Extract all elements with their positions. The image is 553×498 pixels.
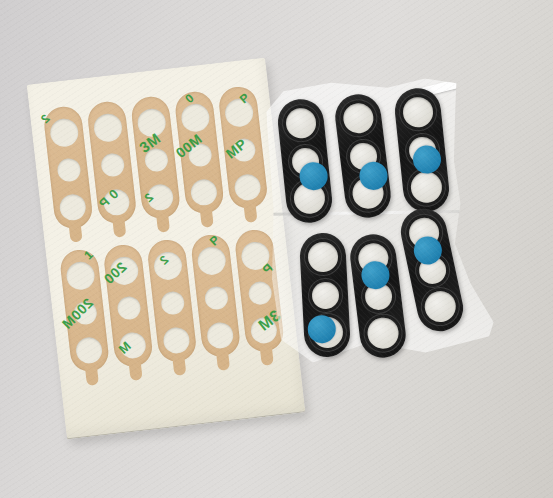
- sticker-hole: [49, 117, 80, 148]
- adhesive-sticker: 2: [146, 238, 198, 364]
- print-fragment-3m-200mp: P: [207, 233, 221, 248]
- sticker-hole: [233, 173, 262, 202]
- sticker-hole: [189, 178, 218, 207]
- sticker-hole: [162, 326, 191, 355]
- adhesive-liner-sheet: 20 P3M2000MPMP1200M200M2PP3M: [27, 58, 306, 440]
- sticker-pull-tab: [243, 200, 257, 223]
- sticker-pull-tab: [259, 343, 273, 366]
- sticker-pull-tab: [68, 220, 82, 243]
- sticker-hole: [159, 290, 184, 315]
- sticker-hole: [99, 152, 124, 177]
- sticker-hole: [203, 285, 228, 310]
- photo-scene: 20 P3M2000MPMP1200M200M2PP3M: [0, 0, 553, 498]
- sticker-pull-tab: [112, 215, 126, 238]
- sticker-hole: [247, 280, 272, 305]
- sticker-pull-tab: [85, 363, 99, 386]
- lens-opening: [307, 241, 339, 273]
- print-fragment-3m-200mp: 2: [38, 112, 52, 126]
- sticker-hole: [92, 112, 123, 143]
- lens-opening: [421, 288, 458, 325]
- sticker-hole: [65, 260, 96, 291]
- adhesive-sticker: 000M: [174, 90, 226, 216]
- adhesive-sticker: 0 P: [86, 100, 138, 226]
- lens-opening: [402, 96, 435, 129]
- sticker-hole: [75, 336, 104, 365]
- lens-opening: [365, 315, 400, 350]
- sticker-hole: [116, 295, 141, 320]
- adhesive-sticker: 2: [42, 105, 94, 231]
- lens-opening: [342, 102, 375, 135]
- sticker-pull-tab: [199, 205, 213, 228]
- sticker-hole: [56, 157, 81, 182]
- sticker-pull-tab: [128, 358, 142, 381]
- sticker-hole: [196, 245, 227, 276]
- sticker-pull-tab: [216, 348, 230, 371]
- adhesive-sticker: P: [190, 233, 242, 359]
- adhesive-sticker: 1200M: [59, 248, 111, 374]
- adhesive-sticker: 200M: [102, 243, 154, 369]
- lens-opening: [285, 107, 318, 140]
- sticker-hole: [58, 193, 87, 222]
- adhesive-sticker: PMP: [217, 85, 269, 211]
- adhesive-sticker: 3M2: [130, 95, 182, 221]
- blue-pull-tab-dot: [412, 144, 443, 175]
- lens-opening: [409, 170, 443, 204]
- sticker-pull-tab: [172, 353, 186, 376]
- print-fragment-3m-200mp: 0: [183, 91, 196, 105]
- sticker-pull-tab: [156, 210, 170, 233]
- print-fragment-3m-200mp: 1: [82, 248, 96, 262]
- sticker-hole: [206, 321, 235, 350]
- lens-opening: [311, 281, 339, 309]
- sticker-hole: [180, 102, 211, 133]
- camera-lens-cover: [299, 232, 351, 358]
